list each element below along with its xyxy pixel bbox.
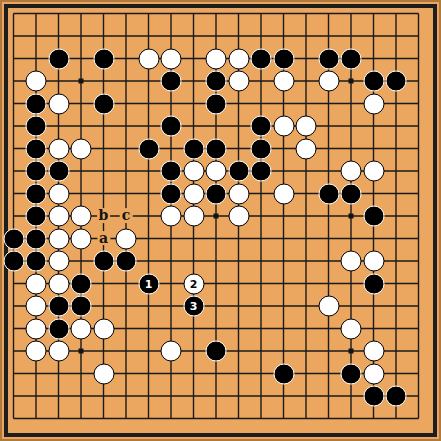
black-stone [341, 183, 362, 204]
black-stone [26, 116, 47, 137]
black-stone [48, 296, 69, 317]
white-stone [71, 318, 92, 339]
white-stone [206, 161, 227, 182]
white-stone [71, 206, 92, 227]
white-stone [363, 363, 384, 384]
black-stone [251, 161, 272, 182]
black-stone [26, 228, 47, 249]
white-stone [161, 206, 182, 227]
black-stone [251, 116, 272, 137]
white-stone [341, 161, 362, 182]
white-stone [363, 251, 384, 272]
white-stone [26, 318, 47, 339]
white-stone [273, 183, 294, 204]
white-stone [26, 71, 47, 92]
black-stone [318, 48, 339, 69]
go-board-diagram: 123bca [0, 0, 441, 441]
white-stone [341, 318, 362, 339]
white-stone [26, 341, 47, 362]
white-stone [318, 71, 339, 92]
black-stone [93, 251, 114, 272]
black-stone [341, 363, 362, 384]
black-stone [48, 318, 69, 339]
white-stone [183, 161, 204, 182]
stone-number-label: 3 [190, 301, 198, 312]
black-stone [206, 138, 227, 159]
black-stone [273, 363, 294, 384]
white-stone [26, 273, 47, 294]
black-stone: 1 [138, 273, 159, 294]
white-stone [48, 251, 69, 272]
black-stone [26, 251, 47, 272]
black-stone [228, 161, 249, 182]
white-stone [93, 318, 114, 339]
black-stone [26, 183, 47, 204]
white-stone [363, 161, 384, 182]
black-stone [273, 48, 294, 69]
stone-number-label: 2 [190, 278, 198, 289]
point-label-c: c [120, 208, 133, 223]
white-stone [273, 116, 294, 137]
white-stone [228, 206, 249, 227]
black-stone [26, 138, 47, 159]
white-stone: 2 [183, 273, 204, 294]
white-stone [93, 363, 114, 384]
black-stone [206, 71, 227, 92]
black-stone [161, 71, 182, 92]
black-stone [206, 93, 227, 114]
white-stone [228, 183, 249, 204]
black-stone [386, 386, 407, 407]
white-stone [48, 93, 69, 114]
black-stone [26, 93, 47, 114]
white-stone [48, 138, 69, 159]
white-stone [296, 116, 317, 137]
black-stone [206, 341, 227, 362]
white-stone [206, 48, 227, 69]
white-stone [363, 341, 384, 362]
white-stone [341, 251, 362, 272]
white-stone [26, 296, 47, 317]
black-stone [363, 206, 384, 227]
black-stone [363, 71, 384, 92]
point-label-b: b [97, 208, 111, 223]
black-stone [3, 251, 24, 272]
black-stone [251, 48, 272, 69]
black-stone [251, 138, 272, 159]
point-label-a: a [97, 231, 110, 246]
white-stone [228, 48, 249, 69]
black-stone [363, 386, 384, 407]
black-stone [363, 273, 384, 294]
white-stone [273, 71, 294, 92]
black-stone [161, 161, 182, 182]
white-stone [138, 48, 159, 69]
white-stone [116, 228, 137, 249]
black-stone [93, 48, 114, 69]
white-stone [318, 296, 339, 317]
black-stone [161, 183, 182, 204]
star-point [349, 79, 354, 84]
white-stone [183, 183, 204, 204]
white-stone [71, 228, 92, 249]
black-stone [341, 48, 362, 69]
white-stone [363, 93, 384, 114]
star-point [79, 79, 84, 84]
black-stone [3, 228, 24, 249]
white-stone [48, 273, 69, 294]
white-stone [161, 48, 182, 69]
white-stone [183, 206, 204, 227]
white-stone [48, 183, 69, 204]
star-point [79, 349, 84, 354]
white-stone [228, 71, 249, 92]
white-stone [71, 138, 92, 159]
star-point [349, 349, 354, 354]
white-stone [161, 341, 182, 362]
white-stone [48, 228, 69, 249]
star-point [349, 214, 354, 219]
white-stone [48, 341, 69, 362]
black-stone [26, 206, 47, 227]
black-stone [116, 251, 137, 272]
black-stone [318, 183, 339, 204]
black-stone [48, 48, 69, 69]
star-point [214, 214, 219, 219]
black-stone: 3 [183, 296, 204, 317]
black-stone [138, 138, 159, 159]
black-stone [386, 71, 407, 92]
black-stone [206, 183, 227, 204]
black-stone [71, 273, 92, 294]
black-stone [183, 138, 204, 159]
white-stone [48, 206, 69, 227]
white-stone [296, 138, 317, 159]
stone-number-label: 1 [145, 278, 153, 289]
black-stone [48, 161, 69, 182]
black-stone [26, 161, 47, 182]
black-stone [93, 93, 114, 114]
black-stone [71, 296, 92, 317]
black-stone [161, 116, 182, 137]
